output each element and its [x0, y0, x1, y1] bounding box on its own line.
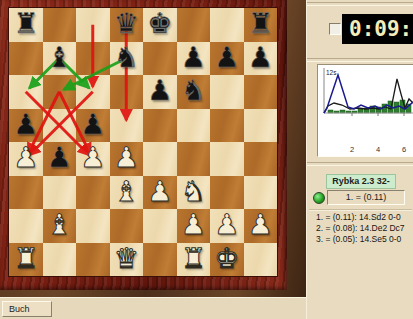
piece-white-bishop[interactable]: ♝	[110, 176, 144, 210]
square-h6[interactable]	[244, 75, 278, 109]
chess-clock-display: 0:09:	[342, 14, 413, 44]
square-a4[interactable]: ♟	[9, 142, 43, 176]
square-h5[interactable]	[244, 109, 278, 143]
panel-divider	[307, 162, 413, 166]
square-g6[interactable]	[210, 75, 244, 109]
square-b2[interactable]: ♝	[43, 209, 77, 243]
square-g2[interactable]: ♟	[210, 209, 244, 243]
square-g1[interactable]: ♚	[210, 243, 244, 277]
square-e3[interactable]: ♟	[143, 176, 177, 210]
square-g7[interactable]: ♟	[210, 42, 244, 76]
square-f2[interactable]: ♟	[177, 209, 211, 243]
square-c6[interactable]	[76, 75, 110, 109]
piece-white-pawn[interactable]: ♟	[76, 142, 110, 176]
engine-name-badge[interactable]: Rybka 2.3 32-bit	[326, 174, 396, 189]
notation-tab-bar: Buch	[0, 297, 306, 319]
square-d5[interactable]	[110, 109, 144, 143]
square-f4[interactable]	[177, 142, 211, 176]
square-a1[interactable]: ♜	[9, 243, 43, 277]
piece-black-knight[interactable]: ♞	[177, 75, 211, 109]
square-h4[interactable]	[244, 142, 278, 176]
piece-black-bishop[interactable]: ♝	[43, 42, 77, 76]
square-g8[interactable]	[210, 8, 244, 42]
square-h1[interactable]	[244, 243, 278, 277]
square-c3[interactable]	[76, 176, 110, 210]
square-a2[interactable]	[9, 209, 43, 243]
piece-white-knight[interactable]: ♞	[177, 176, 211, 210]
square-a6[interactable]	[9, 75, 43, 109]
piece-white-pawn[interactable]: ♟	[110, 142, 144, 176]
clock-checkbox[interactable]	[329, 23, 341, 35]
engine-best-eval-box[interactable]: 1. = (0.11)	[327, 190, 405, 205]
piece-black-pawn[interactable]: ♟	[9, 109, 43, 143]
piece-black-rook[interactable]: ♜	[244, 8, 278, 42]
square-f8[interactable]	[177, 8, 211, 42]
panel-divider	[307, 2, 413, 6]
square-a7[interactable]	[9, 42, 43, 76]
square-a8[interactable]: ♜	[9, 8, 43, 42]
square-d1[interactable]: ♛	[110, 243, 144, 277]
panel-divider	[309, 209, 412, 211]
piece-white-pawn[interactable]: ♟	[9, 142, 43, 176]
piece-black-pawn[interactable]: ♟	[76, 109, 110, 143]
piece-white-pawn[interactable]: ♟	[177, 209, 211, 243]
square-d3[interactable]: ♝	[110, 176, 144, 210]
tab-book[interactable]: Buch	[2, 301, 52, 317]
square-f1[interactable]: ♜	[177, 243, 211, 277]
square-g4[interactable]	[210, 142, 244, 176]
square-b1[interactable]	[43, 243, 77, 277]
square-f5[interactable]	[177, 109, 211, 143]
square-h8[interactable]: ♜	[244, 8, 278, 42]
square-g3[interactable]	[210, 176, 244, 210]
square-b6[interactable]	[43, 75, 77, 109]
square-e7[interactable]	[143, 42, 177, 76]
square-h2[interactable]: ♟	[244, 209, 278, 243]
square-e8[interactable]: ♚	[143, 8, 177, 42]
piece-white-queen[interactable]: ♛	[110, 243, 144, 277]
piece-black-pawn[interactable]: ♟	[177, 42, 211, 76]
piece-black-pawn[interactable]: ♟	[43, 142, 77, 176]
square-e2[interactable]	[143, 209, 177, 243]
right-panel: 0:09: 24612s Rybka 2.3 32-bit 1. = (0.11…	[306, 0, 413, 319]
square-c7[interactable]	[76, 42, 110, 76]
square-f3[interactable]: ♞	[177, 176, 211, 210]
piece-black-pawn[interactable]: ♟	[210, 42, 244, 76]
piece-black-knight[interactable]: ♞	[110, 42, 144, 76]
square-b3[interactable]	[43, 176, 77, 210]
square-d4[interactable]: ♟	[110, 142, 144, 176]
svg-text:12s: 12s	[326, 69, 337, 76]
square-h3[interactable]	[244, 176, 278, 210]
engine-line-2[interactable]: 2. = (0.08): 14.De2 Dc7	[316, 223, 413, 234]
square-b7[interactable]: ♝	[43, 42, 77, 76]
piece-white-king[interactable]: ♚	[210, 243, 244, 277]
square-h7[interactable]: ♟	[244, 42, 278, 76]
square-f7[interactable]: ♟	[177, 42, 211, 76]
piece-white-pawn[interactable]: ♟	[143, 176, 177, 210]
square-c5[interactable]: ♟	[76, 109, 110, 143]
piece-white-bishop[interactable]: ♝	[43, 209, 77, 243]
square-b5[interactable]	[43, 109, 77, 143]
piece-black-pawn[interactable]: ♟	[244, 42, 278, 76]
piece-black-pawn[interactable]: ♟	[143, 75, 177, 109]
eval-time-graph: 24612s	[317, 64, 413, 157]
square-e1[interactable]	[143, 243, 177, 277]
square-b4[interactable]: ♟	[43, 142, 77, 176]
square-e6[interactable]: ♟	[143, 75, 177, 109]
square-c2[interactable]	[76, 209, 110, 243]
piece-black-queen[interactable]: ♛	[110, 8, 144, 42]
square-a5[interactable]: ♟	[9, 109, 43, 143]
panel-divider	[307, 58, 413, 62]
square-g5[interactable]	[210, 109, 244, 143]
square-d7[interactable]: ♞	[110, 42, 144, 76]
piece-white-rook[interactable]: ♜	[177, 243, 211, 277]
piece-black-king[interactable]: ♚	[143, 8, 177, 42]
engine-line-3[interactable]: 3. = (0.05): 14.Se5 0-0	[316, 234, 413, 245]
square-c1[interactable]	[76, 243, 110, 277]
square-b8[interactable]	[43, 8, 77, 42]
board-window: ♜♛♚♜♝♞♟♟♟♟♞♟♟♟♟♟♟♝♟♞♝♟♟♟♜♛♜♚	[0, 0, 306, 297]
engine-status-led	[313, 192, 325, 204]
square-c4[interactable]: ♟	[76, 142, 110, 176]
square-e4[interactable]	[143, 142, 177, 176]
square-e5[interactable]	[143, 109, 177, 143]
piece-white-rook[interactable]: ♜	[9, 243, 43, 277]
square-f6[interactable]: ♞	[177, 75, 211, 109]
svg-text:6: 6	[402, 145, 406, 154]
square-d6[interactable]	[110, 75, 144, 109]
piece-white-pawn[interactable]: ♟	[244, 209, 278, 243]
square-d2[interactable]	[110, 209, 144, 243]
svg-text:4: 4	[376, 145, 380, 154]
piece-white-pawn[interactable]: ♟	[210, 209, 244, 243]
piece-black-rook[interactable]: ♜	[9, 8, 43, 42]
chess-board[interactable]: ♜♛♚♜♝♞♟♟♟♟♞♟♟♟♟♟♟♝♟♞♝♟♟♟♜♛♜♚	[9, 8, 277, 276]
square-c8[interactable]	[76, 8, 110, 42]
square-a3[interactable]	[9, 176, 43, 210]
svg-text:2: 2	[350, 145, 354, 154]
square-d8[interactable]: ♛	[110, 8, 144, 42]
engine-line-1[interactable]: 1. = (0.11): 14.Sd2 0-0	[316, 212, 413, 223]
